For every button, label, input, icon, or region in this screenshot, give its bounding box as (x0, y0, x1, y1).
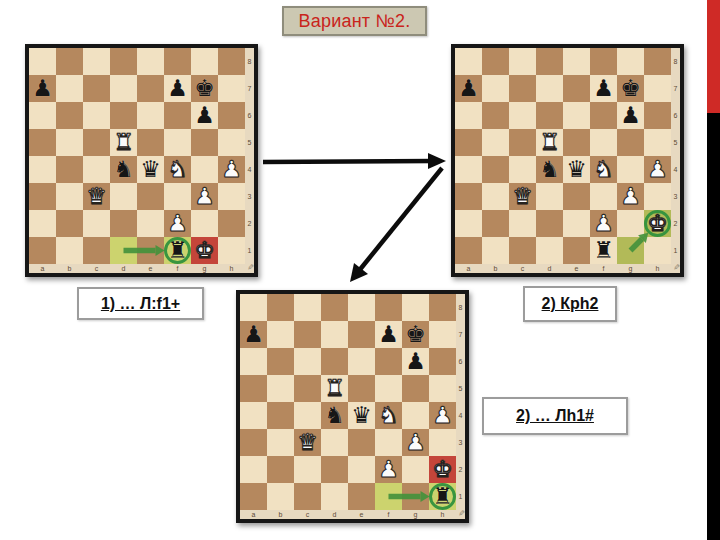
square-f7: ♟ (375, 321, 402, 348)
square-d6 (110, 102, 137, 129)
file-label: c (83, 264, 110, 273)
square-g8 (402, 294, 429, 321)
square-c7 (294, 321, 321, 348)
file-label: h (644, 264, 671, 273)
square-g2 (402, 456, 429, 483)
square-f7: ♟ (590, 75, 617, 102)
black-pawn: ♟ (32, 75, 53, 102)
square-f6 (590, 102, 617, 129)
rank-label: 4 (456, 402, 465, 429)
chess-board-after-rh1-mate[interactable]: ♟♟♚♟♜♞♛♞♟♛♟♟♚♜87654321abcdefgh✎ (236, 290, 469, 523)
rank-label: 2 (456, 456, 465, 483)
rank-label: 7 (671, 75, 680, 102)
white-king: ♚ (647, 210, 668, 237)
file-label: b (56, 264, 83, 273)
square-a3 (240, 429, 267, 456)
square-f6 (375, 348, 402, 375)
square-g2 (191, 210, 218, 237)
square-a4 (29, 156, 56, 183)
square-h2: ♚ (644, 210, 671, 237)
black-knight: ♞ (324, 402, 345, 429)
red-edge-bar (707, 0, 720, 113)
square-f5 (590, 129, 617, 156)
square-e5 (348, 375, 375, 402)
file-label: b (267, 510, 294, 519)
square-e8 (348, 294, 375, 321)
rank-label: 5 (671, 129, 680, 156)
white-pawn: ♟ (221, 156, 242, 183)
square-h7 (644, 75, 671, 102)
square-d5: ♜ (536, 129, 563, 156)
file-label: e (137, 264, 164, 273)
black-rook: ♜ (167, 237, 188, 264)
arrow-down-left-icon[interactable] (350, 168, 442, 282)
square-g1: ♚ (191, 237, 218, 264)
square-d8 (321, 294, 348, 321)
arrow-right-icon[interactable] (263, 153, 446, 169)
square-e5 (563, 129, 590, 156)
square-e6 (137, 102, 164, 129)
white-rook: ♜ (539, 129, 560, 156)
move-label-1[interactable]: 1) … Л:f1+ (77, 287, 204, 320)
square-b1 (267, 483, 294, 510)
square-f8 (375, 294, 402, 321)
black-queen: ♛ (140, 156, 161, 183)
white-pawn: ♟ (432, 402, 453, 429)
square-e4: ♛ (563, 156, 590, 183)
rank-label: 8 (671, 48, 680, 75)
square-c4 (83, 156, 110, 183)
square-e1 (348, 483, 375, 510)
square-b4 (56, 156, 83, 183)
black-queen: ♛ (351, 402, 372, 429)
square-f1: ♜ (164, 237, 191, 264)
square-e6 (348, 348, 375, 375)
white-pawn: ♟ (593, 210, 614, 237)
square-a7: ♟ (29, 75, 56, 102)
file-label: f (375, 510, 402, 519)
black-king: ♚ (194, 75, 215, 102)
black-pawn: ♟ (620, 102, 641, 129)
square-c3: ♛ (509, 183, 536, 210)
square-e8 (563, 48, 590, 75)
square-d3 (110, 183, 137, 210)
file-labels: abcdefgh (240, 510, 456, 519)
square-g7: ♚ (617, 75, 644, 102)
square-g7: ♚ (191, 75, 218, 102)
square-d4: ♞ (321, 402, 348, 429)
white-knight: ♞ (378, 402, 399, 429)
square-b7 (267, 321, 294, 348)
square-f6 (164, 102, 191, 129)
square-b8 (482, 48, 509, 75)
square-g4 (617, 156, 644, 183)
squares-grid: ♟♟♚♟♜♞♛♞♟♛♟♟♜♚ (29, 48, 245, 264)
square-f2: ♟ (375, 456, 402, 483)
square-f4: ♞ (590, 156, 617, 183)
rank-labels: 87654321 (456, 294, 465, 510)
square-b2 (56, 210, 83, 237)
square-d5: ♜ (110, 129, 137, 156)
square-e3 (563, 183, 590, 210)
square-b5 (482, 129, 509, 156)
square-a1 (240, 483, 267, 510)
square-d2 (110, 210, 137, 237)
square-c8 (509, 48, 536, 75)
square-c4 (294, 402, 321, 429)
square-f4: ♞ (375, 402, 402, 429)
move-label-2-text: 2) Крh2 (542, 295, 599, 313)
square-h7 (218, 75, 245, 102)
square-c6 (83, 102, 110, 129)
rank-label: 8 (245, 48, 254, 75)
square-c6 (294, 348, 321, 375)
square-g5 (191, 129, 218, 156)
square-b5 (267, 375, 294, 402)
square-h1: ♜ (429, 483, 456, 510)
rank-label: 1 (456, 483, 465, 510)
square-g5 (402, 375, 429, 402)
square-d8 (536, 48, 563, 75)
square-b7 (482, 75, 509, 102)
square-b3 (267, 429, 294, 456)
resize-pencil-icon: ✎ (671, 263, 680, 273)
rank-label: 6 (456, 348, 465, 375)
square-c8 (83, 48, 110, 75)
square-f3 (375, 429, 402, 456)
rank-label: 6 (671, 102, 680, 129)
square-b4 (267, 402, 294, 429)
rank-label: 7 (456, 321, 465, 348)
file-labels: abcdefgh (29, 264, 245, 273)
square-a6 (455, 102, 482, 129)
square-a7: ♟ (240, 321, 267, 348)
black-pawn: ♟ (194, 102, 215, 129)
black-knight: ♞ (539, 156, 560, 183)
move-label-3-text: 2) … Лh1# (516, 407, 594, 425)
square-d5: ♜ (321, 375, 348, 402)
white-pawn: ♟ (620, 183, 641, 210)
chess-board-after-rxf1[interactable]: ♟♟♚♟♜♞♛♞♟♛♟♟♜♚87654321abcdefgh✎ (25, 44, 258, 277)
white-pawn: ♟ (167, 210, 188, 237)
white-queen: ♛ (86, 183, 107, 210)
file-label: g (617, 264, 644, 273)
slide-title-box[interactable]: Вариант №2. (282, 6, 427, 36)
black-rook: ♜ (593, 237, 614, 264)
file-label: c (294, 510, 321, 519)
square-d2 (321, 456, 348, 483)
white-knight: ♞ (593, 156, 614, 183)
square-d4: ♞ (110, 156, 137, 183)
black-pawn: ♟ (378, 321, 399, 348)
square-d8 (110, 48, 137, 75)
square-h6 (218, 102, 245, 129)
square-d2 (536, 210, 563, 237)
square-b8 (56, 48, 83, 75)
rank-label: 1 (671, 237, 680, 264)
square-g6: ♟ (617, 102, 644, 129)
file-label: b (482, 264, 509, 273)
square-c1 (294, 483, 321, 510)
white-pawn: ♟ (378, 456, 399, 483)
square-h6 (644, 102, 671, 129)
square-a6 (29, 102, 56, 129)
square-h8 (644, 48, 671, 75)
square-g8 (191, 48, 218, 75)
square-h2: ♚ (429, 456, 456, 483)
square-d7 (110, 75, 137, 102)
file-label: a (240, 510, 267, 519)
square-c7 (83, 75, 110, 102)
square-a3 (29, 183, 56, 210)
square-c2 (83, 210, 110, 237)
square-f7: ♟ (164, 75, 191, 102)
square-c1 (83, 237, 110, 264)
square-h3 (218, 183, 245, 210)
square-f5 (375, 375, 402, 402)
black-edge-bar (707, 113, 720, 540)
square-e2 (563, 210, 590, 237)
white-rook: ♜ (113, 129, 134, 156)
black-pawn: ♟ (405, 348, 426, 375)
square-a8 (29, 48, 56, 75)
file-label: g (191, 264, 218, 273)
square-a7: ♟ (455, 75, 482, 102)
file-label: d (321, 510, 348, 519)
square-b4 (482, 156, 509, 183)
square-g3: ♟ (191, 183, 218, 210)
white-king: ♚ (432, 456, 453, 483)
square-g6: ♟ (402, 348, 429, 375)
file-label: d (110, 264, 137, 273)
square-f4: ♞ (164, 156, 191, 183)
move-label-1-text: 1) … Л:f1+ (101, 295, 180, 313)
black-queen: ♛ (566, 156, 587, 183)
rank-label: 8 (456, 294, 465, 321)
white-pawn: ♟ (405, 429, 426, 456)
squares-grid: ♟♟♚♟♜♞♛♞♟♛♟♟♚♜ (455, 48, 671, 264)
square-e6 (563, 102, 590, 129)
black-pawn: ♟ (458, 75, 479, 102)
square-f3 (164, 183, 191, 210)
square-e1 (137, 237, 164, 264)
file-label: c (509, 264, 536, 273)
square-b2 (482, 210, 509, 237)
file-label: h (218, 264, 245, 273)
square-b6 (56, 102, 83, 129)
square-d4: ♞ (536, 156, 563, 183)
square-h8 (218, 48, 245, 75)
square-f2: ♟ (590, 210, 617, 237)
rank-label: 2 (671, 210, 680, 237)
square-e7 (348, 321, 375, 348)
square-d1 (321, 483, 348, 510)
square-f1 (375, 483, 402, 510)
rank-label: 7 (245, 75, 254, 102)
black-pawn: ♟ (243, 321, 264, 348)
square-h4: ♟ (644, 156, 671, 183)
black-rook: ♜ (432, 483, 453, 510)
square-c8 (294, 294, 321, 321)
square-g8 (617, 48, 644, 75)
move-label-3[interactable]: 2) … Лh1# (482, 397, 628, 435)
square-h4: ♟ (218, 156, 245, 183)
square-a5 (29, 129, 56, 156)
square-h5 (429, 375, 456, 402)
rank-label: 3 (456, 429, 465, 456)
rank-label: 6 (245, 102, 254, 129)
square-h5 (218, 129, 245, 156)
square-a4 (240, 402, 267, 429)
white-queen: ♛ (512, 183, 533, 210)
rank-labels: 87654321 (671, 48, 680, 264)
square-a2 (240, 456, 267, 483)
square-g4 (191, 156, 218, 183)
square-b7 (56, 75, 83, 102)
file-label: a (29, 264, 56, 273)
square-a1 (29, 237, 56, 264)
square-f2: ♟ (164, 210, 191, 237)
file-labels: abcdefgh (455, 264, 671, 273)
square-h7 (429, 321, 456, 348)
square-b6 (267, 348, 294, 375)
square-g3: ♟ (617, 183, 644, 210)
file-label: g (402, 510, 429, 519)
file-label: f (164, 264, 191, 273)
white-pawn: ♟ (647, 156, 668, 183)
black-king: ♚ (405, 321, 426, 348)
black-pawn: ♟ (167, 75, 188, 102)
square-d7 (536, 75, 563, 102)
square-e3 (348, 429, 375, 456)
file-label: h (429, 510, 456, 519)
square-h2 (218, 210, 245, 237)
square-e7 (137, 75, 164, 102)
square-d1 (110, 237, 137, 264)
square-c4 (509, 156, 536, 183)
square-h8 (429, 294, 456, 321)
square-f3 (590, 183, 617, 210)
square-f1: ♜ (590, 237, 617, 264)
square-e2 (137, 210, 164, 237)
square-g1 (402, 483, 429, 510)
square-d1 (536, 237, 563, 264)
square-a8 (455, 48, 482, 75)
square-b8 (267, 294, 294, 321)
square-e8 (137, 48, 164, 75)
square-b2 (267, 456, 294, 483)
square-h5 (644, 129, 671, 156)
flow-arrows (250, 140, 460, 290)
square-c5 (509, 129, 536, 156)
square-e4: ♛ (348, 402, 375, 429)
square-g3: ♟ (402, 429, 429, 456)
square-c3: ♛ (294, 429, 321, 456)
square-e4: ♛ (137, 156, 164, 183)
square-e2 (348, 456, 375, 483)
square-a5 (240, 375, 267, 402)
square-d3 (536, 183, 563, 210)
square-e7 (563, 75, 590, 102)
file-label: d (536, 264, 563, 273)
square-b1 (482, 237, 509, 264)
square-e3 (137, 183, 164, 210)
black-pawn: ♟ (593, 75, 614, 102)
rank-label: 5 (456, 375, 465, 402)
square-h1 (218, 237, 245, 264)
square-g7: ♚ (402, 321, 429, 348)
black-king: ♚ (620, 75, 641, 102)
square-d6 (536, 102, 563, 129)
square-g6: ♟ (191, 102, 218, 129)
square-h6 (429, 348, 456, 375)
square-g4 (402, 402, 429, 429)
square-f5 (164, 129, 191, 156)
black-knight: ♞ (113, 156, 134, 183)
rank-label: 4 (671, 156, 680, 183)
chess-board-after-kh2[interactable]: ♟♟♚♟♜♞♛♞♟♛♟♟♚♜87654321abcdefgh✎ (451, 44, 684, 277)
white-knight: ♞ (167, 156, 188, 183)
square-b3 (56, 183, 83, 210)
square-c3: ♛ (83, 183, 110, 210)
rank-label: 3 (671, 183, 680, 210)
square-b5 (56, 129, 83, 156)
square-b1 (56, 237, 83, 264)
square-h3 (644, 183, 671, 210)
square-b3 (482, 183, 509, 210)
square-d6 (321, 348, 348, 375)
square-a6 (240, 348, 267, 375)
square-c5 (294, 375, 321, 402)
square-g1 (617, 237, 644, 264)
white-rook: ♜ (324, 375, 345, 402)
square-e1 (563, 237, 590, 264)
squares-grid: ♟♟♚♟♜♞♛♞♟♛♟♟♚♜ (240, 294, 456, 510)
square-g5 (617, 129, 644, 156)
square-d3 (321, 429, 348, 456)
move-label-2[interactable]: 2) Крh2 (523, 286, 617, 322)
square-d7 (321, 321, 348, 348)
square-f8 (590, 48, 617, 75)
square-h3 (429, 429, 456, 456)
square-e5 (137, 129, 164, 156)
square-h1 (644, 237, 671, 264)
square-c5 (83, 129, 110, 156)
white-king: ♚ (194, 237, 215, 264)
square-a2 (29, 210, 56, 237)
slide-title: Вариант №2. (299, 11, 411, 32)
white-queen: ♛ (297, 429, 318, 456)
square-g2 (617, 210, 644, 237)
square-c1 (509, 237, 536, 264)
square-h4: ♟ (429, 402, 456, 429)
square-b6 (482, 102, 509, 129)
resize-pencil-icon: ✎ (456, 509, 465, 519)
square-c6 (509, 102, 536, 129)
square-c7 (509, 75, 536, 102)
square-c2 (509, 210, 536, 237)
file-label: e (563, 264, 590, 273)
white-pawn: ♟ (194, 183, 215, 210)
square-f8 (164, 48, 191, 75)
square-a8 (240, 294, 267, 321)
file-label: e (348, 510, 375, 519)
square-c2 (294, 456, 321, 483)
file-label: f (590, 264, 617, 273)
